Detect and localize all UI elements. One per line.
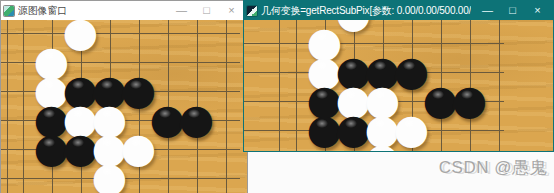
maximize-button[interactable]: □ xyxy=(500,1,525,20)
board-intersection: ● xyxy=(124,134,153,163)
go-board-source: ●●●●●●●●●●●●●●●● xyxy=(1,20,247,193)
stone-grid: ●●●●●●●●●●●●●●●● xyxy=(8,20,240,192)
board-line-v xyxy=(279,20,280,151)
app-window-icon xyxy=(247,6,257,16)
black-stone: ● xyxy=(455,86,484,115)
minimize-button[interactable]: — xyxy=(475,1,500,20)
csdn-watermark: CSDN @愚鬼 xyxy=(439,156,547,179)
white-stone: ● xyxy=(66,20,95,47)
white-stone: ● xyxy=(95,163,124,192)
black-stone: ● xyxy=(182,105,211,134)
client-area-source: ●●●●●●●●●●●●●●●● xyxy=(1,20,247,193)
window-transform-result: 几何变换=getRectSubPix[参数: 0.00/0.00/500.00/… xyxy=(243,0,554,152)
window-source-image: 源图像窗口 — □ × ●●●●●●●●●●●●●●●● xyxy=(0,0,248,193)
screen: 源图像窗口 — □ × ●●●●●●●●●●●●●●●● 几何变换=getRec… xyxy=(0,0,554,193)
board-intersection: ● xyxy=(368,144,397,151)
go-board-transform: ●●●●●●●●●●●●●●●● xyxy=(244,20,553,151)
board-intersection: ● xyxy=(339,20,368,28)
window-title-transform: 几何变换=getRectSubPix[参数: 0.00/0.00/500.00/… xyxy=(261,4,471,18)
close-button[interactable]: × xyxy=(219,1,244,20)
board-intersection: ● xyxy=(397,115,426,144)
board-intersection: ● xyxy=(66,20,95,47)
board-intersection: ● xyxy=(95,163,124,192)
titlebar-transform[interactable]: 几何变换=getRectSubPix[参数: 0.00/0.00/500.00/… xyxy=(244,1,553,20)
stone-grid: ●●●●●●●●●●●●●●●● xyxy=(281,20,513,151)
window-controls-transform: — □ × xyxy=(475,1,550,20)
minimize-button[interactable]: — xyxy=(169,1,194,20)
app-window-icon xyxy=(4,6,14,16)
close-button[interactable]: × xyxy=(525,1,550,20)
white-stone: ● xyxy=(124,134,153,163)
board-intersection: ● xyxy=(455,86,484,115)
window-controls-source: — □ × xyxy=(169,1,244,20)
client-area-transform: ●●●●●●●●●●●●●●●● xyxy=(244,20,553,151)
white-stone: ● xyxy=(339,20,368,28)
window-title-source: 源图像窗口 xyxy=(18,4,67,18)
white-stone: ● xyxy=(368,144,397,151)
maximize-button[interactable]: □ xyxy=(194,1,219,20)
white-stone: ● xyxy=(397,115,426,144)
titlebar-source[interactable]: 源图像窗口 — □ × xyxy=(1,1,247,20)
board-intersection: ● xyxy=(182,105,211,134)
